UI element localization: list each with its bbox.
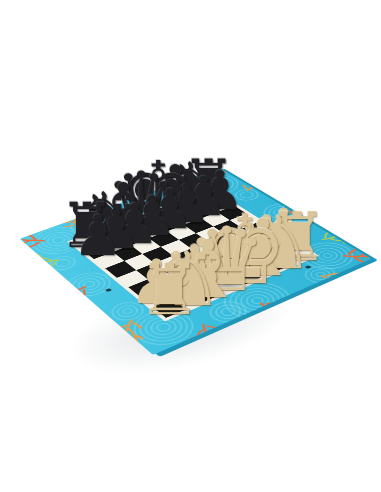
product-photo-stage: ♜♞♝♛♚♝♞♜♟♟♟♟♟♟♟♟♟♟♟♟♟♟♟♟♜♞♝♛♚♝♞♜ xyxy=(0,0,381,492)
